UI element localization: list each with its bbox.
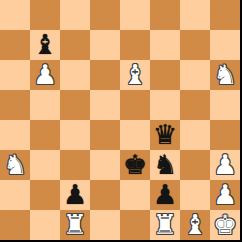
square-g4[interactable] — [180, 120, 210, 150]
square-d1[interactable] — [90, 210, 120, 240]
square-a8[interactable] — [0, 0, 30, 30]
square-g5[interactable] — [180, 90, 210, 120]
square-d2[interactable] — [90, 180, 120, 210]
square-g7[interactable] — [180, 30, 210, 60]
square-c5[interactable] — [60, 90, 90, 120]
white-pawn-piece: ♟ — [213, 181, 237, 208]
square-g6[interactable] — [180, 60, 210, 90]
square-f1[interactable]: ♜ — [150, 210, 180, 240]
square-e5[interactable] — [120, 90, 150, 120]
square-h5[interactable] — [210, 90, 240, 120]
square-a5[interactable] — [0, 90, 30, 120]
square-e1[interactable] — [120, 210, 150, 240]
white-knight-piece: ♞ — [3, 151, 27, 178]
square-h3[interactable]: ♟ — [210, 150, 240, 180]
square-c6[interactable] — [60, 60, 90, 90]
white-bishop-piece: ♝ — [123, 61, 147, 88]
square-f6[interactable] — [150, 60, 180, 90]
square-c8[interactable] — [60, 0, 90, 30]
square-d6[interactable] — [90, 60, 120, 90]
black-knight-piece: ♞ — [153, 151, 177, 178]
square-e6[interactable]: ♝ — [120, 60, 150, 90]
square-f2[interactable]: ♟ — [150, 180, 180, 210]
white-rook-piece: ♜ — [63, 211, 87, 238]
square-d7[interactable] — [90, 30, 120, 60]
square-a2[interactable] — [0, 180, 30, 210]
square-h8[interactable] — [210, 0, 240, 30]
white-pawn-piece: ♟ — [213, 151, 237, 178]
square-f8[interactable] — [150, 0, 180, 30]
square-b8[interactable] — [30, 0, 60, 30]
square-c4[interactable] — [60, 120, 90, 150]
square-g2[interactable] — [180, 180, 210, 210]
square-b6[interactable]: ♟ — [30, 60, 60, 90]
square-c1[interactable]: ♜ — [60, 210, 90, 240]
square-a6[interactable] — [0, 60, 30, 90]
square-a1[interactable] — [0, 210, 30, 240]
square-a7[interactable] — [0, 30, 30, 60]
square-h1[interactable]: ♚ — [210, 210, 240, 240]
square-g8[interactable] — [180, 0, 210, 30]
square-b1[interactable] — [30, 210, 60, 240]
square-h2[interactable]: ♟ — [210, 180, 240, 210]
square-d3[interactable] — [90, 150, 120, 180]
square-h4[interactable] — [210, 120, 240, 150]
black-bishop-piece: ♝ — [33, 31, 57, 58]
square-e4[interactable] — [120, 120, 150, 150]
square-d8[interactable] — [90, 0, 120, 30]
square-d4[interactable] — [90, 120, 120, 150]
square-b4[interactable] — [30, 120, 60, 150]
black-queen-piece: ♛ — [153, 121, 177, 148]
square-f5[interactable] — [150, 90, 180, 120]
white-pawn-piece: ♟ — [33, 61, 57, 88]
square-g3[interactable] — [180, 150, 210, 180]
chess-board: ♝♟♝♞♛♞♚♞♟♟♟♟♜♜♝♚ — [0, 0, 240, 240]
white-bishop-piece: ♝ — [183, 211, 207, 238]
white-king-piece: ♚ — [213, 211, 237, 238]
square-h7[interactable] — [210, 30, 240, 60]
square-f7[interactable] — [150, 30, 180, 60]
square-e3[interactable]: ♚ — [120, 150, 150, 180]
square-b7[interactable]: ♝ — [30, 30, 60, 60]
square-a4[interactable] — [0, 120, 30, 150]
square-c2[interactable]: ♟ — [60, 180, 90, 210]
square-e8[interactable] — [120, 0, 150, 30]
white-rook-piece: ♜ — [153, 211, 177, 238]
chess-board-frame: ♝♟♝♞♛♞♚♞♟♟♟♟♜♜♝♚ — [0, 0, 242, 242]
square-d5[interactable] — [90, 90, 120, 120]
square-f3[interactable]: ♞ — [150, 150, 180, 180]
square-c7[interactable] — [60, 30, 90, 60]
white-knight-piece: ♞ — [213, 61, 237, 88]
square-a3[interactable]: ♞ — [0, 150, 30, 180]
square-g1[interactable]: ♝ — [180, 210, 210, 240]
black-pawn-piece: ♟ — [63, 181, 87, 208]
square-b3[interactable] — [30, 150, 60, 180]
black-king-piece: ♚ — [123, 151, 147, 178]
square-e2[interactable] — [120, 180, 150, 210]
square-b2[interactable] — [30, 180, 60, 210]
square-b5[interactable] — [30, 90, 60, 120]
square-c3[interactable] — [60, 150, 90, 180]
square-h6[interactable]: ♞ — [210, 60, 240, 90]
square-f4[interactable]: ♛ — [150, 120, 180, 150]
black-pawn-piece: ♟ — [153, 181, 177, 208]
square-e7[interactable] — [120, 30, 150, 60]
